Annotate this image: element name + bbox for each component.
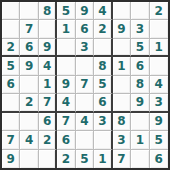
cell-r8c3-given[interactable]: 2: [39, 131, 57, 149]
cell-r6c6-given[interactable]: 6: [94, 94, 112, 112]
cell-r4c3-given[interactable]: 4: [39, 57, 57, 75]
cell-r4c8-given[interactable]: 6: [131, 57, 149, 75]
cell-r6c4-given[interactable]: 4: [57, 94, 75, 112]
cell-r1c5-given[interactable]: 9: [76, 2, 94, 20]
cell-r9c6-given[interactable]: 1: [94, 150, 112, 168]
cell-r2c5-given[interactable]: 6: [76, 20, 94, 38]
cell-r9c5-given[interactable]: 5: [76, 150, 94, 168]
cell-r1c3-given[interactable]: 8: [39, 2, 57, 20]
cell-r4c7-given[interactable]: 1: [113, 57, 131, 75]
cell-r5c6-given[interactable]: 5: [94, 76, 112, 94]
cell-r2c1-empty[interactable]: [2, 20, 20, 38]
cell-r7c4-given[interactable]: 7: [57, 113, 75, 131]
cell-r7c6-given[interactable]: 3: [94, 113, 112, 131]
cell-r7c3-given[interactable]: 6: [39, 113, 57, 131]
cell-r4c1-given[interactable]: 5: [2, 57, 20, 75]
cell-r7c8-empty[interactable]: [131, 113, 149, 131]
cell-r5c9-given[interactable]: 4: [150, 76, 168, 94]
cell-r3c7-empty[interactable]: [113, 39, 131, 57]
cell-r4c5-empty[interactable]: [76, 57, 94, 75]
cell-r1c8-empty[interactable]: [131, 2, 149, 20]
cell-r3c5-given[interactable]: 3: [76, 39, 94, 57]
cell-r1c7-empty[interactable]: [113, 2, 131, 20]
cell-r6c5-empty[interactable]: [76, 94, 94, 112]
cell-r8c4-given[interactable]: 6: [57, 131, 75, 149]
cell-r8c1-given[interactable]: 7: [2, 131, 20, 149]
cell-r7c7-given[interactable]: 8: [113, 113, 131, 131]
cell-r9c3-empty[interactable]: [39, 150, 57, 168]
cell-r1c4-given[interactable]: 5: [57, 2, 75, 20]
cell-r9c9-given[interactable]: 6: [150, 150, 168, 168]
cell-r1c1-empty[interactable]: [2, 2, 20, 20]
cell-r6c9-given[interactable]: 3: [150, 94, 168, 112]
cell-r8c2-given[interactable]: 4: [20, 131, 38, 149]
cell-r2c9-empty[interactable]: [150, 20, 168, 38]
cell-r5c2-empty[interactable]: [20, 76, 38, 94]
cell-r6c8-given[interactable]: 9: [131, 94, 149, 112]
cell-r3c2-given[interactable]: 6: [20, 39, 38, 57]
cell-r4c4-empty[interactable]: [57, 57, 75, 75]
cell-r5c3-given[interactable]: 1: [39, 76, 57, 94]
cell-r3c8-given[interactable]: 5: [131, 39, 149, 57]
cell-r4c9-empty[interactable]: [150, 57, 168, 75]
cell-r7c9-given[interactable]: 9: [150, 113, 168, 131]
cell-r8c7-given[interactable]: 3: [113, 131, 131, 149]
cell-r6c1-empty[interactable]: [2, 94, 20, 112]
cell-r7c1-empty[interactable]: [2, 113, 20, 131]
cell-r5c8-given[interactable]: 8: [131, 76, 149, 94]
cell-r8c6-empty[interactable]: [94, 131, 112, 149]
cell-r9c8-empty[interactable]: [131, 150, 149, 168]
cell-r2c4-given[interactable]: 1: [57, 20, 75, 38]
cell-r6c3-given[interactable]: 7: [39, 94, 57, 112]
cell-r2c6-given[interactable]: 2: [94, 20, 112, 38]
cell-r7c2-empty[interactable]: [20, 113, 38, 131]
cell-r6c7-empty[interactable]: [113, 94, 131, 112]
cell-r9c1-given[interactable]: 9: [2, 150, 20, 168]
cell-r3c1-given[interactable]: 2: [2, 39, 20, 57]
cell-r5c5-given[interactable]: 7: [76, 76, 94, 94]
cell-r5c1-given[interactable]: 6: [2, 76, 20, 94]
cell-r2c8-given[interactable]: 3: [131, 20, 149, 38]
cell-r2c7-given[interactable]: 9: [113, 20, 131, 38]
cell-r8c9-given[interactable]: 5: [150, 131, 168, 149]
cell-r3c9-given[interactable]: 1: [150, 39, 168, 57]
cell-r6c2-given[interactable]: 2: [20, 94, 38, 112]
cell-r1c6-given[interactable]: 4: [94, 2, 112, 20]
cell-r5c4-given[interactable]: 9: [57, 76, 75, 94]
cell-r2c2-given[interactable]: 7: [20, 20, 38, 38]
cell-r3c6-empty[interactable]: [94, 39, 112, 57]
sudoku-board: 8594271629326935159481661975842746936743…: [0, 0, 170, 170]
cell-r9c4-given[interactable]: 2: [57, 150, 75, 168]
cell-r8c8-given[interactable]: 1: [131, 131, 149, 149]
cell-r5c7-empty[interactable]: [113, 76, 131, 94]
cell-r4c6-given[interactable]: 8: [94, 57, 112, 75]
cell-r8c5-empty[interactable]: [76, 131, 94, 149]
cell-r2c3-empty[interactable]: [39, 20, 57, 38]
cell-r3c3-given[interactable]: 9: [39, 39, 57, 57]
cell-r7c5-given[interactable]: 4: [76, 113, 94, 131]
cell-r1c9-given[interactable]: 2: [150, 2, 168, 20]
cell-r4c2-given[interactable]: 9: [20, 57, 38, 75]
cell-r3c4-empty[interactable]: [57, 39, 75, 57]
cell-r1c2-empty[interactable]: [20, 2, 38, 20]
cell-r9c2-empty[interactable]: [20, 150, 38, 168]
cell-r9c7-given[interactable]: 7: [113, 150, 131, 168]
